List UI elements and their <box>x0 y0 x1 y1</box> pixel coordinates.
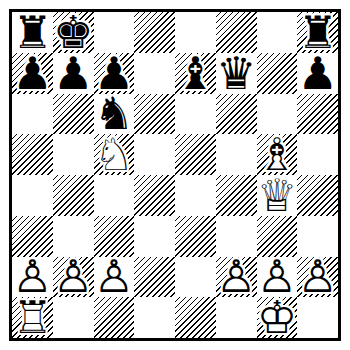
black-pawn[interactable]: ♟♟ <box>53 53 94 94</box>
square-c1[interactable] <box>94 297 135 338</box>
piece-glyph: ♟ <box>297 53 338 94</box>
square-d3[interactable] <box>134 216 175 257</box>
square-h5[interactable] <box>297 134 338 175</box>
square-g4[interactable]: ♛♕ <box>257 175 298 216</box>
square-f1[interactable] <box>216 297 257 338</box>
square-e2[interactable] <box>175 257 216 298</box>
white-pawn[interactable]: ♟♙ <box>94 257 135 298</box>
square-c5[interactable]: ♞♘ <box>94 134 135 175</box>
square-f7[interactable]: ♛♛ <box>216 53 257 94</box>
square-f4[interactable] <box>216 175 257 216</box>
white-pawn[interactable]: ♟♙ <box>216 257 257 298</box>
piece-glyph: ♔ <box>257 297 298 338</box>
square-d5[interactable] <box>134 134 175 175</box>
square-b2[interactable]: ♟♙ <box>53 257 94 298</box>
black-queen[interactable]: ♛♛ <box>216 53 257 94</box>
square-h2[interactable]: ♟♙ <box>297 257 338 298</box>
square-a5[interactable] <box>12 134 53 175</box>
square-d2[interactable] <box>134 257 175 298</box>
square-a7[interactable]: ♟♟ <box>12 53 53 94</box>
square-d6[interactable] <box>134 94 175 135</box>
square-e6[interactable] <box>175 94 216 135</box>
piece-glyph: ♙ <box>94 257 135 298</box>
piece-glyph: ♙ <box>216 257 257 298</box>
square-b7[interactable]: ♟♟ <box>53 53 94 94</box>
white-knight[interactable]: ♞♘ <box>94 134 135 175</box>
square-b4[interactable] <box>53 175 94 216</box>
square-h4[interactable] <box>297 175 338 216</box>
square-d8[interactable] <box>134 12 175 53</box>
square-b1[interactable] <box>53 297 94 338</box>
piece-glyph: ♕ <box>257 175 298 216</box>
square-h6[interactable] <box>297 94 338 135</box>
piece-glyph: ♟ <box>12 53 53 94</box>
piece-glyph: ♖ <box>12 297 53 338</box>
square-f6[interactable] <box>216 94 257 135</box>
square-d4[interactable] <box>134 175 175 216</box>
square-h7[interactable]: ♟♟ <box>297 53 338 94</box>
piece-glyph: ♟ <box>53 53 94 94</box>
square-d7[interactable] <box>134 53 175 94</box>
white-king[interactable]: ♚♔ <box>257 297 298 338</box>
square-e3[interactable] <box>175 216 216 257</box>
black-bishop[interactable]: ♝♝ <box>175 53 216 94</box>
chess-board: ♜♜♚♚♜♜♟♟♟♟♟♟♝♝♛♛♟♟♞♞♞♘♝♗♛♕♟♙♟♙♟♙♟♙♟♙♟♙♜♖… <box>9 9 341 341</box>
square-g7[interactable] <box>257 53 298 94</box>
white-pawn[interactable]: ♟♙ <box>297 257 338 298</box>
square-f2[interactable]: ♟♙ <box>216 257 257 298</box>
square-f5[interactable] <box>216 134 257 175</box>
piece-glyph: ♝ <box>175 53 216 94</box>
chess-diagram-page: ♜♜♚♚♜♜♟♟♟♟♟♟♝♝♛♛♟♟♞♞♞♘♝♗♛♕♟♙♟♙♟♙♟♙♟♙♟♙♜♖… <box>0 0 350 350</box>
square-b5[interactable] <box>53 134 94 175</box>
square-b6[interactable] <box>53 94 94 135</box>
square-h1[interactable] <box>297 297 338 338</box>
square-c2[interactable]: ♟♙ <box>94 257 135 298</box>
black-pawn[interactable]: ♟♟ <box>12 53 53 94</box>
square-a6[interactable] <box>12 94 53 135</box>
square-g1[interactable]: ♚♔ <box>257 297 298 338</box>
square-d1[interactable] <box>134 297 175 338</box>
piece-glyph: ♛ <box>216 53 257 94</box>
square-e7[interactable]: ♝♝ <box>175 53 216 94</box>
square-a1[interactable]: ♜♖ <box>12 297 53 338</box>
piece-glyph: ♙ <box>53 257 94 298</box>
piece-glyph: ♘ <box>94 134 135 175</box>
white-pawn[interactable]: ♟♙ <box>53 257 94 298</box>
square-e1[interactable] <box>175 297 216 338</box>
white-rook[interactable]: ♜♖ <box>12 297 53 338</box>
piece-glyph: ♙ <box>297 257 338 298</box>
square-a4[interactable] <box>12 175 53 216</box>
square-c4[interactable] <box>94 175 135 216</box>
black-pawn[interactable]: ♟♟ <box>297 53 338 94</box>
square-e4[interactable] <box>175 175 216 216</box>
square-e5[interactable] <box>175 134 216 175</box>
square-g8[interactable] <box>257 12 298 53</box>
white-queen[interactable]: ♛♕ <box>257 175 298 216</box>
